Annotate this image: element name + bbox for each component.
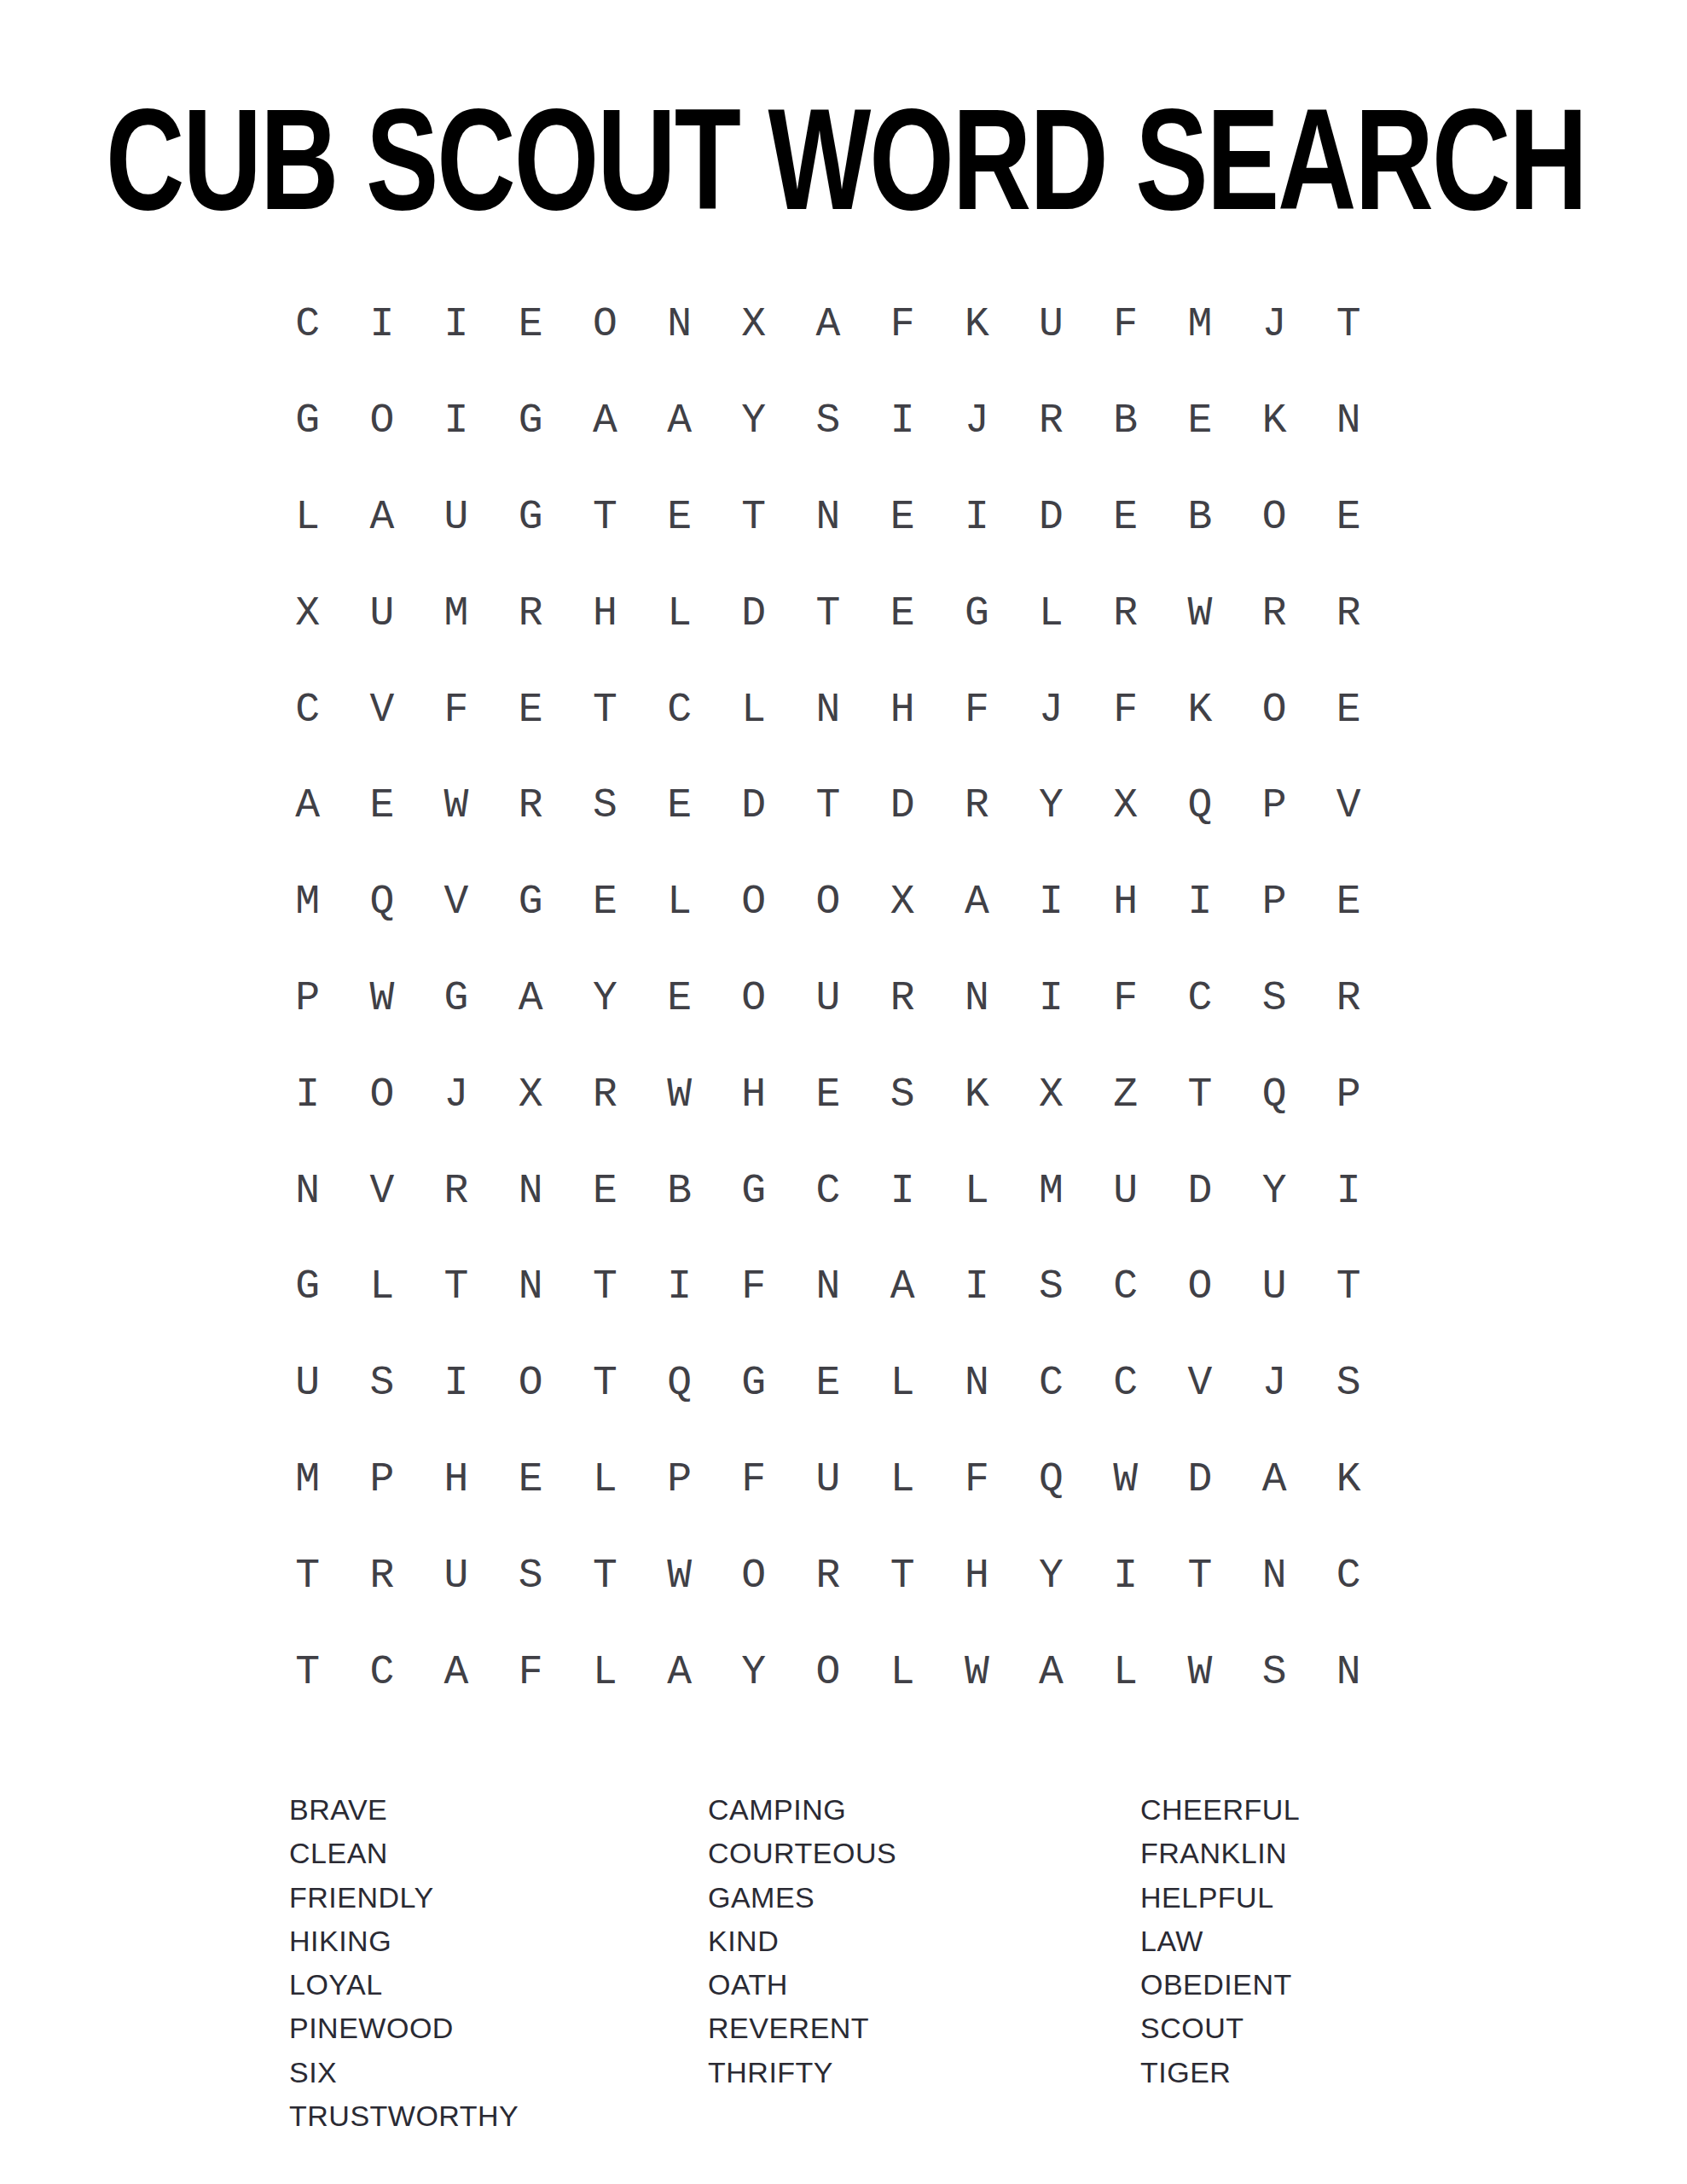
grid-cell[interactable]: I [866,373,940,469]
word-list-item: KIND [708,1920,896,1963]
grid-cell[interactable]: G [270,1239,345,1335]
grid-cell[interactable]: S [1237,950,1311,1047]
word-list-item: PINEWOOD [289,2007,519,2050]
grid-cell[interactable]: X [716,276,791,373]
grid-cell[interactable]: E [642,950,716,1047]
grid-cell[interactable]: W [642,1527,716,1623]
grid-cell[interactable]: A [791,276,865,373]
grid-cell[interactable]: A [568,373,642,469]
grid-cell[interactable]: F [419,661,493,758]
grid-cell[interactable]: V [345,1142,419,1239]
grid-cell[interactable]: R [1014,373,1088,469]
grid-cell[interactable]: T [568,1239,642,1335]
word-list-item: CHEERFUL [1140,1788,1300,1832]
grid-cell[interactable]: L [940,1142,1014,1239]
word-list-item: OBEDIENT [1140,1963,1300,2007]
grid-cell[interactable]: P [1237,854,1311,950]
grid-cell[interactable]: X [270,565,345,661]
grid-cell[interactable]: D [716,565,791,661]
grid-cell[interactable]: J [940,373,1014,469]
word-list-item: CLEAN [289,1832,519,1875]
grid-cell[interactable]: N [1312,1623,1386,1720]
page-title: CUB SCOUT WORD SEARCH [106,87,1586,231]
grid-cell[interactable]: R [494,565,568,661]
grid-cell[interactable]: D [1014,469,1088,566]
grid-cell[interactable]: O [345,373,419,469]
grid-cell[interactable]: E [1162,373,1237,469]
grid-cell[interactable]: W [419,758,493,854]
word-column-1: BRAVECLEANFRIENDLYHIKINGLOYALPINEWOODSIX… [289,1788,519,2138]
grid-cell[interactable]: N [494,1239,568,1335]
word-list-item: FRANKLIN [1140,1832,1300,1875]
grid-cell[interactable]: E [642,758,716,854]
grid-cell[interactable]: A [1237,1432,1311,1528]
grid-cell[interactable]: V [345,661,419,758]
grid-cell[interactable]: O [494,1335,568,1432]
grid-cell[interactable]: O [1237,469,1311,566]
grid-cell[interactable]: X [494,1046,568,1142]
grid-cell[interactable]: T [1312,1239,1386,1335]
word-list-item: TIGER [1140,2051,1300,2094]
grid-cell[interactable]: N [940,950,1014,1047]
grid-cell[interactable]: R [345,1527,419,1623]
grid-cell[interactable]: C [270,661,345,758]
grid-cell[interactable]: H [866,661,940,758]
grid-cell[interactable]: X [1088,758,1162,854]
grid-cell[interactable]: R [494,758,568,854]
grid-cell[interactable]: L [1014,565,1088,661]
word-list-item: GAMES [708,1876,896,1920]
grid-cell[interactable]: S [1312,1335,1386,1432]
grid-cell[interactable]: O [791,854,865,950]
grid-cell[interactable]: U [345,565,419,661]
grid-cell[interactable]: Y [716,373,791,469]
grid-cell[interactable]: G [494,373,568,469]
letter-grid: CIIEONXAFKUFMJTGOIGAAYSIJRBEKNLAUGTETNEI… [270,276,1386,1720]
grid-cell[interactable]: W [940,1623,1014,1720]
grid-cell[interactable]: I [1162,854,1237,950]
grid-cell[interactable]: C [1088,1239,1162,1335]
word-list-item: SIX [289,2051,519,2094]
grid-cell[interactable]: F [1088,276,1162,373]
grid-cell[interactable]: M [1162,276,1237,373]
grid-cell[interactable]: N [791,469,865,566]
grid-cell[interactable]: E [494,276,568,373]
grid-cell[interactable]: F [940,661,1014,758]
grid-cell[interactable]: T [270,1623,345,1720]
grid-cell[interactable]: A [642,373,716,469]
grid-cell[interactable]: H [940,1527,1014,1623]
grid-cell[interactable]: W [1162,1623,1237,1720]
grid-cell[interactable]: V [1312,758,1386,854]
grid-cell[interactable]: A [419,1623,493,1720]
grid-cell[interactable]: L [716,661,791,758]
grid-cell[interactable]: E [791,1335,865,1432]
grid-cell[interactable]: R [940,758,1014,854]
grid-cell[interactable]: P [1312,1046,1386,1142]
grid-cell[interactable]: F [866,276,940,373]
grid-cell[interactable]: X [1014,1046,1088,1142]
grid-cell[interactable]: C [345,1623,419,1720]
grid-cell[interactable]: E [1312,661,1386,758]
grid-cell[interactable]: R [1088,565,1162,661]
word-list-item: HELPFUL [1140,1876,1300,1920]
grid-cell[interactable]: U [419,1527,493,1623]
grid-cell[interactable]: I [419,276,493,373]
grid-cell[interactable]: I [866,1142,940,1239]
grid-cell[interactable]: W [1088,1432,1162,1528]
grid-cell[interactable]: T [716,469,791,566]
grid-cell[interactable]: N [791,1239,865,1335]
grid-cell[interactable]: I [940,1239,1014,1335]
grid-cell[interactable]: A [642,1623,716,1720]
grid-cell[interactable]: J [1237,1335,1311,1432]
grid-cell[interactable]: P [270,950,345,1047]
grid-cell[interactable]: L [866,1432,940,1528]
grid-cell[interactable]: U [1237,1239,1311,1335]
grid-cell[interactable]: C [270,276,345,373]
grid-cell[interactable]: T [568,1335,642,1432]
grid-cell[interactable]: C [791,1142,865,1239]
grid-cell[interactable]: T [568,469,642,566]
grid-cell[interactable]: X [866,854,940,950]
grid-cell[interactable]: E [866,469,940,566]
word-list-item: BRAVE [289,1788,519,1832]
grid-cell[interactable]: O [716,950,791,1047]
grid-cell[interactable]: T [568,1527,642,1623]
grid-cell[interactable]: D [1162,1432,1237,1528]
grid-cell[interactable]: W [642,1046,716,1142]
grid-cell[interactable]: T [568,661,642,758]
grid-cell[interactable]: S [866,1046,940,1142]
grid-cell[interactable]: T [791,758,865,854]
grid-cell[interactable]: Y [1237,1142,1311,1239]
grid-cell[interactable]: A [940,854,1014,950]
grid-cell[interactable]: L [866,1335,940,1432]
grid-cell[interactable]: H [1088,854,1162,950]
grid-cell[interactable]: Y [1014,758,1088,854]
grid-cell[interactable]: U [791,950,865,1047]
grid-cell[interactable]: S [494,1527,568,1623]
grid-cell[interactable]: N [1312,373,1386,469]
grid-cell[interactable]: L [568,1432,642,1528]
grid-cell[interactable]: S [1014,1239,1088,1335]
word-column-3: CHEERFULFRANKLINHELPFULLAWOBEDIENTSCOUTT… [1140,1788,1300,2094]
grid-cell[interactable]: O [716,1527,791,1623]
grid-cell[interactable]: K [940,276,1014,373]
grid-cell[interactable]: B [1162,469,1237,566]
grid-cell[interactable]: Q [642,1335,716,1432]
grid-cell[interactable]: E [791,1046,865,1142]
grid-cell[interactable]: I [345,276,419,373]
word-list-item: LAW [1140,1920,1300,1963]
grid-cell[interactable]: N [1237,1527,1311,1623]
grid-cell[interactable]: A [270,758,345,854]
grid-cell[interactable]: G [716,1142,791,1239]
word-list-item: FRIENDLY [289,1876,519,1920]
grid-cell[interactable]: E [568,1142,642,1239]
grid-cell[interactable]: J [419,1046,493,1142]
grid-cell[interactable]: Q [1237,1046,1311,1142]
grid-cell[interactable]: Y [568,950,642,1047]
grid-cell[interactable]: L [270,469,345,566]
grid-cell[interactable]: I [940,469,1014,566]
grid-cell[interactable]: G [494,469,568,566]
grid-cell[interactable]: G [419,950,493,1047]
grid-cell[interactable]: I [419,1335,493,1432]
grid-cell[interactable]: K [1312,1432,1386,1528]
grid-cell[interactable]: E [866,565,940,661]
grid-cell[interactable]: F [716,1432,791,1528]
grid-cell[interactable]: W [345,950,419,1047]
grid-cell[interactable]: I [419,373,493,469]
grid-cell[interactable]: A [866,1239,940,1335]
grid-cell[interactable]: E [568,854,642,950]
grid-cell[interactable]: C [1088,1335,1162,1432]
grid-cell[interactable]: F [940,1432,1014,1528]
word-column-2: CAMPINGCOURTEOUSGAMESKINDOATHREVERENTTHR… [708,1788,896,2094]
grid-cell[interactable]: K [1162,661,1237,758]
grid-cell[interactable]: O [345,1046,419,1142]
grid-cell[interactable]: S [345,1335,419,1432]
grid-cell[interactable]: G [940,565,1014,661]
grid-cell[interactable]: T [1162,1046,1237,1142]
grid-cell[interactable]: Q [1014,1432,1088,1528]
grid-cell[interactable]: Y [1014,1527,1088,1623]
grid-cell[interactable]: O [568,276,642,373]
grid-cell[interactable]: D [1162,1142,1237,1239]
grid-cell[interactable]: N [940,1335,1014,1432]
grid-cell[interactable]: Z [1088,1046,1162,1142]
grid-cell[interactable]: P [642,1432,716,1528]
grid-cell[interactable]: R [1237,565,1311,661]
grid-cell[interactable]: U [791,1432,865,1528]
grid-cell[interactable]: M [1014,1142,1088,1239]
grid-cell[interactable]: H [419,1432,493,1528]
grid-cell[interactable]: R [419,1142,493,1239]
grid-cell[interactable]: D [716,758,791,854]
grid-cell[interactable]: T [270,1527,345,1623]
grid-cell[interactable]: O [791,1623,865,1720]
word-list-item: CAMPING [708,1788,896,1832]
grid-cell[interactable]: I [1014,854,1088,950]
grid-cell[interactable]: K [1237,373,1311,469]
grid-cell[interactable]: K [940,1046,1014,1142]
grid-cell[interactable]: I [1312,1142,1386,1239]
grid-cell[interactable]: I [1014,950,1088,1047]
grid-cell[interactable]: T [866,1527,940,1623]
grid-cell[interactable]: C [1014,1335,1088,1432]
grid-cell[interactable]: R [1312,950,1386,1047]
grid-cell[interactable]: Q [345,854,419,950]
grid-cell[interactable]: S [791,373,865,469]
grid-cell[interactable]: I [642,1239,716,1335]
grid-cell[interactable]: R [791,1527,865,1623]
grid-cell[interactable]: G [270,373,345,469]
grid-cell[interactable]: A [1014,1623,1088,1720]
grid-cell[interactable]: S [568,758,642,854]
grid-cell[interactable]: N [791,661,865,758]
grid-cell[interactable]: J [1237,276,1311,373]
grid-cell[interactable]: R [568,1046,642,1142]
grid-cell[interactable]: B [642,1142,716,1239]
grid-cell[interactable]: M [270,1432,345,1528]
grid-cell[interactable]: T [1312,276,1386,373]
grid-cell[interactable]: N [494,1142,568,1239]
grid-cell[interactable]: E [1312,469,1386,566]
grid-cell[interactable]: F [1088,950,1162,1047]
grid-cell[interactable]: E [642,469,716,566]
grid-cell[interactable]: A [345,469,419,566]
word-list-item: HIKING [289,1920,519,1963]
grid-cell[interactable]: D [866,758,940,854]
grid-cell[interactable]: I [270,1046,345,1142]
grid-cell[interactable]: M [270,854,345,950]
grid-cell[interactable]: S [1237,1623,1311,1720]
grid-cell[interactable]: T [1162,1527,1237,1623]
grid-cell[interactable]: Y [716,1623,791,1720]
grid-cell[interactable]: E [1088,469,1162,566]
word-list-item: OATH [708,1963,896,2007]
grid-cell[interactable]: B [1088,373,1162,469]
grid-cell[interactable]: L [642,565,716,661]
grid-cell[interactable]: L [866,1623,940,1720]
word-list-item: LOYAL [289,1963,519,2007]
grid-cell[interactable]: T [419,1239,493,1335]
word-list-item: SCOUT [1140,2007,1300,2050]
grid-cell[interactable]: E [1312,854,1386,950]
grid-cell[interactable]: L [642,854,716,950]
word-list: BRAVECLEANFRIENDLYHIKINGLOYALPINEWOODSIX… [0,1788,1687,2164]
grid-cell[interactable]: J [1014,661,1088,758]
grid-cell[interactable]: O [1162,1239,1237,1335]
grid-cell[interactable]: G [494,854,568,950]
grid-cell[interactable]: L [1088,1623,1162,1720]
grid-cell[interactable]: V [419,854,493,950]
grid-cell[interactable]: E [345,758,419,854]
grid-cell[interactable]: V [1162,1335,1237,1432]
grid-cell[interactable]: R [866,950,940,1047]
grid-cell[interactable]: F [1088,661,1162,758]
grid-cell[interactable]: R [1312,565,1386,661]
word-list-item: THRIFTY [708,2051,896,2094]
grid-cell[interactable]: U [270,1335,345,1432]
grid-cell[interactable]: F [716,1239,791,1335]
grid-cell[interactable]: H [716,1046,791,1142]
grid-cell[interactable]: L [345,1239,419,1335]
grid-cell[interactable]: U [419,469,493,566]
grid-cell[interactable]: M [419,565,493,661]
grid-cell[interactable]: E [494,661,568,758]
grid-cell[interactable]: I [1088,1527,1162,1623]
grid-cell[interactable]: O [1237,661,1311,758]
grid-cell[interactable]: A [494,950,568,1047]
grid-cell[interactable]: L [568,1623,642,1720]
word-list-item: COURTEOUS [708,1832,896,1875]
grid-cell[interactable]: C [1312,1527,1386,1623]
grid-cell[interactable]: H [568,565,642,661]
grid-cell[interactable]: P [1237,758,1311,854]
grid-cell[interactable]: G [716,1335,791,1432]
grid-cell[interactable]: F [494,1623,568,1720]
grid-cell[interactable]: E [494,1432,568,1528]
grid-cell[interactable]: Q [1162,758,1237,854]
grid-cell[interactable]: O [716,854,791,950]
grid-cell[interactable]: W [1162,565,1237,661]
grid-cell[interactable]: U [1088,1142,1162,1239]
grid-cell[interactable]: N [270,1142,345,1239]
word-list-item: REVERENT [708,2007,896,2050]
grid-cell[interactable]: U [1014,276,1088,373]
grid-cell[interactable]: T [791,565,865,661]
grid-cell[interactable]: C [1162,950,1237,1047]
word-list-item: TRUSTWORTHY [289,2094,519,2138]
grid-cell[interactable]: P [345,1432,419,1528]
grid-cell[interactable]: C [642,661,716,758]
grid-cell[interactable]: N [642,276,716,373]
